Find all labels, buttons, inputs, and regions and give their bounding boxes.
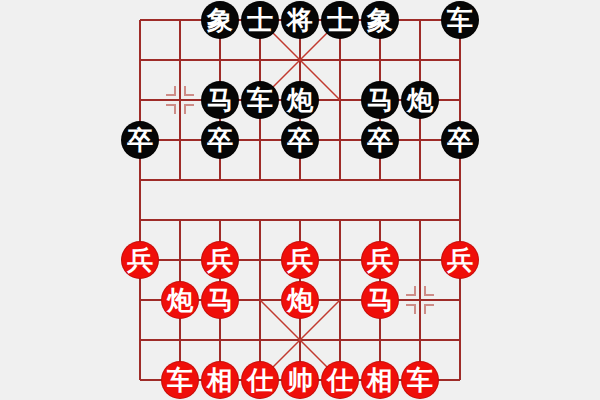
board-point[interactable] <box>160 200 200 240</box>
board-point[interactable] <box>160 320 200 360</box>
board-point[interactable]: 卒 <box>200 120 240 160</box>
board-point[interactable] <box>400 320 440 360</box>
board-point[interactable] <box>120 200 160 240</box>
board-point[interactable]: 炮 <box>400 80 440 120</box>
board-point[interactable] <box>120 160 160 200</box>
board-point[interactable] <box>440 320 480 360</box>
board-point[interactable]: 相 <box>360 360 400 400</box>
board-point[interactable]: 卒 <box>360 120 400 160</box>
piece-red-elephant[interactable]: 相 <box>201 361 239 399</box>
piece-red-soldier[interactable]: 兵 <box>361 241 399 279</box>
piece-black-general[interactable]: 将 <box>281 1 319 39</box>
board-point[interactable] <box>360 160 400 200</box>
piece-red-soldier[interactable]: 兵 <box>121 241 159 279</box>
board-point[interactable] <box>320 200 360 240</box>
xiangqi-board: 象士将士象车马车炮马炮卒卒卒卒卒兵兵兵兵兵炮马炮马车相仕帅仕相车 <box>0 0 600 400</box>
board-point[interactable] <box>160 80 200 120</box>
board-point[interactable] <box>320 240 360 280</box>
board-point[interactable] <box>200 320 240 360</box>
board-point[interactable]: 士 <box>320 0 360 40</box>
piece-black-chariot[interactable]: 车 <box>241 81 279 119</box>
board-point[interactable]: 车 <box>160 360 200 400</box>
piece-red-soldier[interactable]: 兵 <box>281 241 319 279</box>
board-point[interactable] <box>200 40 240 80</box>
piece-black-advisor[interactable]: 士 <box>321 1 359 39</box>
board-point[interactable] <box>320 80 360 120</box>
board-point[interactable] <box>120 80 160 120</box>
piece-red-advisor[interactable]: 仕 <box>241 361 279 399</box>
board-point[interactable] <box>240 120 280 160</box>
board-point[interactable]: 马 <box>360 80 400 120</box>
board-point[interactable]: 兵 <box>360 240 400 280</box>
piece-black-cannon[interactable]: 炮 <box>281 81 319 119</box>
board-point[interactable] <box>120 360 160 400</box>
piece-black-chariot[interactable]: 车 <box>441 1 479 39</box>
board-point[interactable] <box>400 160 440 200</box>
board-point[interactable] <box>240 200 280 240</box>
board-point[interactable] <box>120 0 160 40</box>
piece-red-cannon[interactable]: 炮 <box>281 281 319 319</box>
board-point[interactable] <box>280 160 320 200</box>
board-point[interactable]: 车 <box>440 0 480 40</box>
board-point[interactable]: 车 <box>240 80 280 120</box>
board-point[interactable] <box>240 40 280 80</box>
piece-black-soldier[interactable]: 卒 <box>121 121 159 159</box>
board-point[interactable] <box>440 40 480 80</box>
piece-black-soldier[interactable]: 卒 <box>281 121 319 159</box>
board-point[interactable]: 士 <box>240 0 280 40</box>
piece-red-soldier[interactable]: 兵 <box>441 241 479 279</box>
board-point[interactable]: 兵 <box>120 240 160 280</box>
board-point[interactable]: 仕 <box>240 360 280 400</box>
board-point[interactable] <box>440 360 480 400</box>
piece-black-elephant[interactable]: 象 <box>201 1 239 39</box>
board-grid: 象士将士象车马车炮马炮卒卒卒卒卒兵兵兵兵兵炮马炮马车相仕帅仕相车 <box>120 0 480 400</box>
board-point[interactable]: 兵 <box>440 240 480 280</box>
board-point[interactable] <box>120 40 160 80</box>
board-point[interactable] <box>160 160 200 200</box>
board-point[interactable] <box>440 80 480 120</box>
board-point[interactable] <box>320 160 360 200</box>
board-point[interactable] <box>240 320 280 360</box>
board-point[interactable] <box>280 320 320 360</box>
board-point[interactable] <box>400 120 440 160</box>
board-point[interactable] <box>320 320 360 360</box>
board-point[interactable] <box>200 200 240 240</box>
board-point[interactable]: 马 <box>200 280 240 320</box>
piece-black-cannon[interactable]: 炮 <box>401 81 439 119</box>
piece-black-horse[interactable]: 马 <box>201 81 239 119</box>
board-point[interactable]: 卒 <box>280 120 320 160</box>
board-point[interactable] <box>400 240 440 280</box>
piece-red-horse[interactable]: 马 <box>361 281 399 319</box>
board-point[interactable] <box>320 120 360 160</box>
piece-black-soldier[interactable]: 卒 <box>201 121 239 159</box>
board-point[interactable]: 炮 <box>280 280 320 320</box>
board-point[interactable] <box>240 280 280 320</box>
board-point[interactable] <box>120 280 160 320</box>
board-point[interactable] <box>440 200 480 240</box>
board-point[interactable] <box>320 280 360 320</box>
board-point[interactable] <box>400 280 440 320</box>
board-point[interactable]: 兵 <box>280 240 320 280</box>
board-point[interactable] <box>120 320 160 360</box>
board-point[interactable]: 卒 <box>120 120 160 160</box>
board-point[interactable]: 炮 <box>280 80 320 120</box>
board-point[interactable]: 帅 <box>280 360 320 400</box>
piece-red-soldier[interactable]: 兵 <box>201 241 239 279</box>
board-point[interactable] <box>400 200 440 240</box>
board-point[interactable]: 将 <box>280 0 320 40</box>
piece-black-elephant[interactable]: 象 <box>361 1 399 39</box>
board-point[interactable]: 兵 <box>200 240 240 280</box>
board-point[interactable]: 象 <box>200 0 240 40</box>
board-point[interactable]: 卒 <box>440 120 480 160</box>
piece-red-chariot[interactable]: 车 <box>161 361 199 399</box>
board-point[interactable] <box>320 40 360 80</box>
board-point[interactable] <box>360 200 400 240</box>
board-point[interactable] <box>160 40 200 80</box>
board-point[interactable]: 马 <box>200 80 240 120</box>
board-point[interactable] <box>160 0 200 40</box>
piece-red-advisor[interactable]: 仕 <box>321 361 359 399</box>
board-point[interactable]: 仕 <box>320 360 360 400</box>
piece-black-soldier[interactable]: 卒 <box>361 121 399 159</box>
board-point[interactable] <box>240 160 280 200</box>
piece-red-cannon[interactable]: 炮 <box>161 281 199 319</box>
board-point[interactable] <box>360 320 400 360</box>
piece-black-advisor[interactable]: 士 <box>241 1 279 39</box>
piece-red-chariot[interactable]: 车 <box>401 361 439 399</box>
board-point[interactable] <box>200 160 240 200</box>
board-point[interactable] <box>440 160 480 200</box>
board-point[interactable]: 马 <box>360 280 400 320</box>
board-point[interactable] <box>240 240 280 280</box>
board-point[interactable]: 相 <box>200 360 240 400</box>
piece-black-soldier[interactable]: 卒 <box>441 121 479 159</box>
piece-black-horse[interactable]: 马 <box>361 81 399 119</box>
board-point[interactable] <box>280 40 320 80</box>
board-point[interactable] <box>280 200 320 240</box>
board-point[interactable] <box>360 40 400 80</box>
board-point[interactable]: 车 <box>400 360 440 400</box>
board-point[interactable]: 炮 <box>160 280 200 320</box>
board-point[interactable] <box>160 120 200 160</box>
board-point[interactable] <box>160 240 200 280</box>
piece-red-horse[interactable]: 马 <box>201 281 239 319</box>
piece-red-general[interactable]: 帅 <box>281 361 319 399</box>
board-point[interactable]: 象 <box>360 0 400 40</box>
board-point[interactable] <box>400 0 440 40</box>
board-point[interactable] <box>400 40 440 80</box>
piece-red-elephant[interactable]: 相 <box>361 361 399 399</box>
board-point[interactable] <box>440 280 480 320</box>
